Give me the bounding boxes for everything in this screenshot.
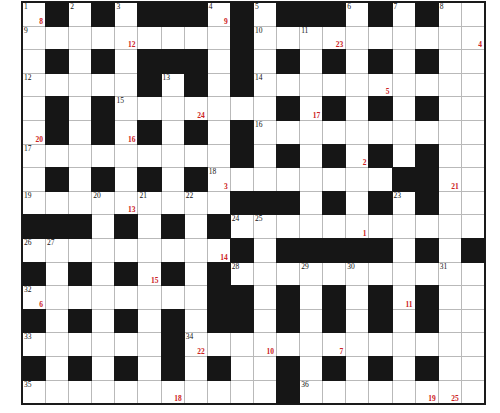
cell[interactable] — [393, 239, 415, 262]
cell[interactable] — [439, 357, 461, 380]
cell[interactable]: 17 — [300, 97, 322, 120]
clue-number: 29 — [301, 262, 309, 271]
cell[interactable] — [416, 27, 438, 50]
cell[interactable] — [162, 168, 184, 191]
block-cell — [115, 215, 137, 238]
block-cell — [46, 121, 68, 144]
cell[interactable] — [138, 286, 160, 309]
clue-number: 32 — [24, 285, 32, 294]
cell[interactable] — [115, 50, 137, 73]
cell[interactable] — [231, 357, 253, 380]
cell[interactable] — [69, 145, 91, 168]
cell[interactable] — [138, 333, 160, 356]
block-cell — [185, 74, 207, 97]
cell[interactable] — [115, 145, 137, 168]
cell[interactable] — [92, 215, 114, 238]
cell[interactable] — [300, 50, 322, 73]
cell[interactable] — [346, 97, 368, 120]
cell[interactable]: 21 — [439, 168, 461, 191]
cell[interactable] — [346, 286, 368, 309]
cell[interactable] — [46, 192, 68, 215]
cell[interactable] — [393, 381, 415, 404]
clue-number: 26 — [24, 238, 32, 247]
block-cell — [323, 357, 345, 380]
cell[interactable] — [185, 263, 207, 286]
cell[interactable] — [462, 263, 484, 286]
cell[interactable] — [254, 50, 276, 73]
clue-number: 15 — [116, 96, 124, 105]
block-cell — [185, 168, 207, 191]
cell[interactable] — [323, 121, 345, 144]
cell[interactable]: 3 — [115, 3, 137, 26]
cell[interactable] — [185, 310, 207, 333]
cell[interactable]: 17 — [23, 145, 45, 168]
cell[interactable]: 31 — [439, 263, 461, 286]
cell[interactable]: 33 — [23, 333, 45, 356]
cell[interactable] — [439, 145, 461, 168]
cell[interactable] — [138, 27, 160, 50]
cell[interactable] — [46, 74, 68, 97]
cell[interactable]: 13 — [115, 192, 137, 215]
cell[interactable] — [208, 27, 230, 50]
cell[interactable] — [46, 263, 68, 286]
cell[interactable] — [231, 168, 253, 191]
cell[interactable]: 11 — [393, 286, 415, 309]
cell[interactable] — [69, 97, 91, 120]
cell[interactable] — [439, 74, 461, 97]
cell[interactable]: 29 — [300, 263, 322, 286]
clue-number: 36 — [301, 380, 309, 389]
cell[interactable] — [462, 97, 484, 120]
cell[interactable]: 10 — [254, 27, 276, 50]
block-cell — [369, 239, 391, 262]
cell[interactable] — [46, 357, 68, 380]
cell[interactable] — [323, 168, 345, 191]
block-cell — [46, 50, 68, 73]
cell[interactable] — [416, 333, 438, 356]
cell[interactable] — [462, 192, 484, 215]
cell[interactable] — [254, 357, 276, 380]
cell[interactable] — [208, 381, 230, 404]
cell[interactable] — [393, 333, 415, 356]
clue-number: 16 — [255, 120, 263, 129]
cell[interactable]: 6 — [346, 3, 368, 26]
cell[interactable] — [462, 215, 484, 238]
cell[interactable] — [69, 381, 91, 404]
block-cell — [323, 192, 345, 215]
cell[interactable] — [346, 50, 368, 73]
cell[interactable] — [115, 381, 137, 404]
cell[interactable]: 49 — [208, 3, 230, 26]
cell[interactable] — [346, 168, 368, 191]
block-cell — [462, 239, 484, 262]
cell[interactable] — [393, 357, 415, 380]
cell[interactable] — [393, 310, 415, 333]
cell[interactable] — [393, 121, 415, 144]
cell[interactable] — [69, 121, 91, 144]
block-cell — [300, 239, 322, 262]
block-cell — [185, 50, 207, 73]
cell[interactable] — [208, 74, 230, 97]
cell[interactable]: 11 — [300, 27, 322, 50]
cell[interactable]: 9 — [23, 27, 45, 50]
cell[interactable] — [254, 239, 276, 262]
cell[interactable] — [323, 263, 345, 286]
block-cell — [369, 50, 391, 73]
cell[interactable] — [369, 121, 391, 144]
cell[interactable]: 14 — [254, 74, 276, 97]
cell[interactable] — [69, 74, 91, 97]
cell[interactable] — [185, 357, 207, 380]
cell[interactable] — [439, 333, 461, 356]
cell[interactable] — [92, 145, 114, 168]
cell[interactable] — [138, 215, 160, 238]
cell[interactable] — [138, 310, 160, 333]
block-cell — [323, 3, 345, 26]
cell[interactable] — [92, 27, 114, 50]
cell[interactable] — [208, 333, 230, 356]
cell[interactable] — [185, 145, 207, 168]
cell[interactable]: 326 — [23, 286, 45, 309]
cell[interactable] — [416, 263, 438, 286]
cell[interactable] — [162, 27, 184, 50]
cell[interactable] — [439, 215, 461, 238]
cell[interactable] — [393, 74, 415, 97]
block-cell — [231, 310, 253, 333]
cell[interactable]: 7 — [393, 3, 415, 26]
cell[interactable] — [92, 286, 114, 309]
cell[interactable] — [462, 145, 484, 168]
cell[interactable]: 4 — [462, 27, 484, 50]
clue-number: 33 — [24, 332, 32, 341]
cell[interactable] — [46, 310, 68, 333]
cell[interactable] — [162, 239, 184, 262]
hidden-phrase-number: 15 — [151, 277, 159, 285]
cell[interactable]: 19 — [23, 192, 45, 215]
block-cell — [138, 74, 160, 97]
clue-number: 13 — [163, 73, 171, 82]
cell[interactable] — [439, 97, 461, 120]
cell[interactable] — [416, 215, 438, 238]
cell[interactable]: 25 — [439, 381, 461, 404]
cell[interactable] — [185, 381, 207, 404]
cell[interactable] — [323, 381, 345, 404]
cell[interactable]: 2 — [69, 3, 91, 26]
cell[interactable] — [162, 145, 184, 168]
cell[interactable] — [393, 27, 415, 50]
cell[interactable] — [462, 168, 484, 191]
cell[interactable] — [185, 215, 207, 238]
cell[interactable] — [115, 333, 137, 356]
cell[interactable] — [115, 168, 137, 191]
cell[interactable]: 22 — [185, 192, 207, 215]
cell[interactable] — [346, 357, 368, 380]
cell[interactable]: 24 — [185, 97, 207, 120]
block-cell — [231, 3, 253, 26]
cell[interactable] — [346, 27, 368, 50]
cell[interactable]: 28 — [231, 263, 253, 286]
cell[interactable] — [393, 215, 415, 238]
block-cell — [92, 3, 114, 26]
cell[interactable] — [92, 263, 114, 286]
cell[interactable] — [369, 333, 391, 356]
cell[interactable] — [138, 357, 160, 380]
cell[interactable] — [208, 50, 230, 73]
block-cell — [162, 333, 184, 356]
cell[interactable] — [439, 27, 461, 50]
cell[interactable]: 7 — [323, 333, 345, 356]
hidden-phrase-number: 13 — [128, 206, 136, 214]
clue-number: 11 — [301, 26, 308, 35]
cell[interactable] — [462, 121, 484, 144]
cell[interactable] — [115, 286, 137, 309]
block-cell — [416, 357, 438, 380]
cell[interactable] — [277, 215, 299, 238]
hidden-phrase-number: 23 — [336, 41, 344, 49]
clue-number: 12 — [24, 73, 32, 82]
cell[interactable]: 18 — [162, 381, 184, 404]
cell[interactable] — [23, 50, 45, 73]
cell[interactable] — [300, 121, 322, 144]
cell[interactable] — [185, 27, 207, 50]
hidden-phrase-number: 4 — [478, 41, 482, 49]
cell[interactable] — [69, 239, 91, 262]
cell[interactable] — [277, 121, 299, 144]
cell[interactable]: 23 — [393, 192, 415, 215]
cell[interactable] — [115, 239, 137, 262]
cell[interactable] — [231, 333, 253, 356]
cell[interactable] — [208, 121, 230, 144]
cell[interactable] — [346, 192, 368, 215]
block-cell — [231, 50, 253, 73]
cell[interactable] — [208, 192, 230, 215]
cell[interactable] — [46, 145, 68, 168]
cell[interactable] — [462, 286, 484, 309]
cell[interactable] — [300, 192, 322, 215]
block-cell — [208, 263, 230, 286]
cell[interactable]: 23 — [323, 27, 345, 50]
cell[interactable] — [231, 97, 253, 120]
cell[interactable] — [439, 310, 461, 333]
cell[interactable] — [185, 239, 207, 262]
cell[interactable] — [46, 333, 68, 356]
hidden-phrase-number: 6 — [39, 301, 43, 309]
cell[interactable] — [254, 168, 276, 191]
cell[interactable] — [369, 27, 391, 50]
cell[interactable]: 20 — [92, 192, 114, 215]
block-cell — [323, 286, 345, 309]
cell[interactable] — [277, 168, 299, 191]
cell[interactable] — [254, 310, 276, 333]
block-cell — [416, 168, 438, 191]
cell[interactable] — [439, 192, 461, 215]
cell[interactable] — [46, 381, 68, 404]
cell[interactable]: 21 — [138, 192, 160, 215]
cell[interactable] — [254, 381, 276, 404]
cell[interactable]: 3422 — [185, 333, 207, 356]
block-cell — [369, 310, 391, 333]
cell[interactable] — [462, 3, 484, 26]
cell[interactable]: 35 — [23, 381, 45, 404]
cell[interactable] — [393, 263, 415, 286]
cell[interactable] — [69, 50, 91, 73]
cell[interactable]: 26 — [23, 239, 45, 262]
cell[interactable] — [300, 74, 322, 97]
block-cell — [369, 97, 391, 120]
cell[interactable] — [115, 74, 137, 97]
cell[interactable]: 12 — [23, 74, 45, 97]
cell[interactable] — [162, 286, 184, 309]
cell[interactable] — [46, 27, 68, 50]
cell[interactable] — [369, 381, 391, 404]
clue-number: 31 — [440, 262, 448, 271]
cell[interactable] — [369, 263, 391, 286]
crossword-board: 1823495678912101123412131451524172016161… — [21, 1, 486, 405]
cell[interactable] — [254, 97, 276, 120]
cell[interactable] — [92, 357, 114, 380]
cell[interactable]: 19 — [416, 381, 438, 404]
cell[interactable] — [462, 310, 484, 333]
cell[interactable] — [346, 121, 368, 144]
cell[interactable] — [300, 286, 322, 309]
cell[interactable]: 36 — [300, 381, 322, 404]
cell[interactable] — [416, 121, 438, 144]
cell[interactable] — [277, 263, 299, 286]
cell[interactable] — [231, 381, 253, 404]
cell[interactable]: 5 — [369, 74, 391, 97]
cell[interactable] — [208, 145, 230, 168]
cell[interactable] — [300, 145, 322, 168]
cell[interactable] — [23, 168, 45, 191]
cell[interactable] — [439, 286, 461, 309]
cell[interactable] — [92, 239, 114, 262]
cell[interactable] — [162, 97, 184, 120]
hidden-phrase-number: 20 — [36, 136, 44, 144]
cell[interactable] — [277, 27, 299, 50]
cell[interactable]: 14 — [208, 239, 230, 262]
cell[interactable] — [69, 192, 91, 215]
cell[interactable]: 10 — [254, 333, 276, 356]
cell[interactable] — [277, 74, 299, 97]
cell[interactable] — [23, 97, 45, 120]
cell[interactable] — [300, 168, 322, 191]
cell[interactable] — [346, 333, 368, 356]
cell[interactable]: 25 — [254, 215, 276, 238]
cell[interactable] — [416, 74, 438, 97]
hidden-phrase-number: 21 — [451, 183, 459, 191]
hidden-phrase-number: 2 — [363, 159, 367, 167]
clue-number: 23 — [394, 191, 402, 200]
cell[interactable] — [323, 74, 345, 97]
cell[interactable] — [462, 50, 484, 73]
block-cell — [416, 3, 438, 26]
cell[interactable]: 1 — [346, 215, 368, 238]
block-cell — [277, 381, 299, 404]
cell[interactable]: 20 — [23, 121, 45, 144]
cell[interactable] — [346, 381, 368, 404]
cell[interactable] — [138, 381, 160, 404]
cell[interactable] — [92, 381, 114, 404]
cell[interactable] — [323, 215, 345, 238]
cell[interactable] — [92, 310, 114, 333]
cell[interactable] — [69, 286, 91, 309]
cell[interactable] — [462, 74, 484, 97]
cell[interactable]: 13 — [162, 74, 184, 97]
cell[interactable] — [300, 215, 322, 238]
block-cell — [369, 145, 391, 168]
block-cell — [208, 215, 230, 238]
cell[interactable] — [393, 97, 415, 120]
cell[interactable] — [393, 145, 415, 168]
cell[interactable]: 16 — [254, 121, 276, 144]
cell[interactable]: 16 — [115, 121, 137, 144]
cell[interactable] — [300, 310, 322, 333]
cell[interactable] — [300, 357, 322, 380]
block-cell — [231, 74, 253, 97]
cell[interactable] — [208, 97, 230, 120]
cell[interactable]: 27 — [46, 239, 68, 262]
cell[interactable]: 24 — [231, 215, 253, 238]
cell[interactable] — [277, 333, 299, 356]
block-cell — [23, 310, 45, 333]
cell[interactable] — [46, 286, 68, 309]
block-cell — [185, 3, 207, 26]
cell[interactable]: 8 — [439, 3, 461, 26]
cell[interactable] — [138, 97, 160, 120]
cell[interactable] — [300, 333, 322, 356]
cell[interactable] — [162, 192, 184, 215]
cell[interactable] — [462, 381, 484, 404]
cell[interactable] — [369, 168, 391, 191]
cell[interactable] — [69, 27, 91, 50]
cell[interactable]: 2 — [346, 145, 368, 168]
cell[interactable] — [254, 263, 276, 286]
cell[interactable]: 15 — [138, 263, 160, 286]
cell[interactable]: 18 — [23, 3, 45, 26]
hidden-phrase-number: 1 — [363, 230, 367, 238]
cell[interactable] — [462, 333, 484, 356]
cell[interactable]: 12 — [115, 27, 137, 50]
cell[interactable] — [369, 215, 391, 238]
cell[interactable]: 183 — [208, 168, 230, 191]
cell[interactable]: 30 — [346, 263, 368, 286]
cell[interactable] — [254, 286, 276, 309]
cell[interactable] — [254, 145, 276, 168]
cell[interactable] — [393, 50, 415, 73]
cell[interactable] — [138, 239, 160, 262]
cell[interactable] — [439, 239, 461, 262]
cell[interactable] — [462, 357, 484, 380]
block-cell — [208, 310, 230, 333]
cell[interactable] — [69, 333, 91, 356]
cell[interactable] — [185, 286, 207, 309]
cell[interactable] — [162, 121, 184, 144]
cell[interactable] — [92, 333, 114, 356]
block-cell — [277, 192, 299, 215]
cell[interactable] — [138, 145, 160, 168]
cell[interactable]: 15 — [115, 97, 137, 120]
cell[interactable] — [439, 121, 461, 144]
cell[interactable] — [346, 74, 368, 97]
hidden-phrase-number: 22 — [197, 348, 205, 356]
block-cell — [69, 263, 91, 286]
hidden-phrase-number: 10 — [267, 348, 275, 356]
cell[interactable] — [439, 50, 461, 73]
cell[interactable] — [346, 310, 368, 333]
cell[interactable]: 5 — [254, 3, 276, 26]
cell[interactable] — [92, 74, 114, 97]
cell[interactable] — [69, 168, 91, 191]
